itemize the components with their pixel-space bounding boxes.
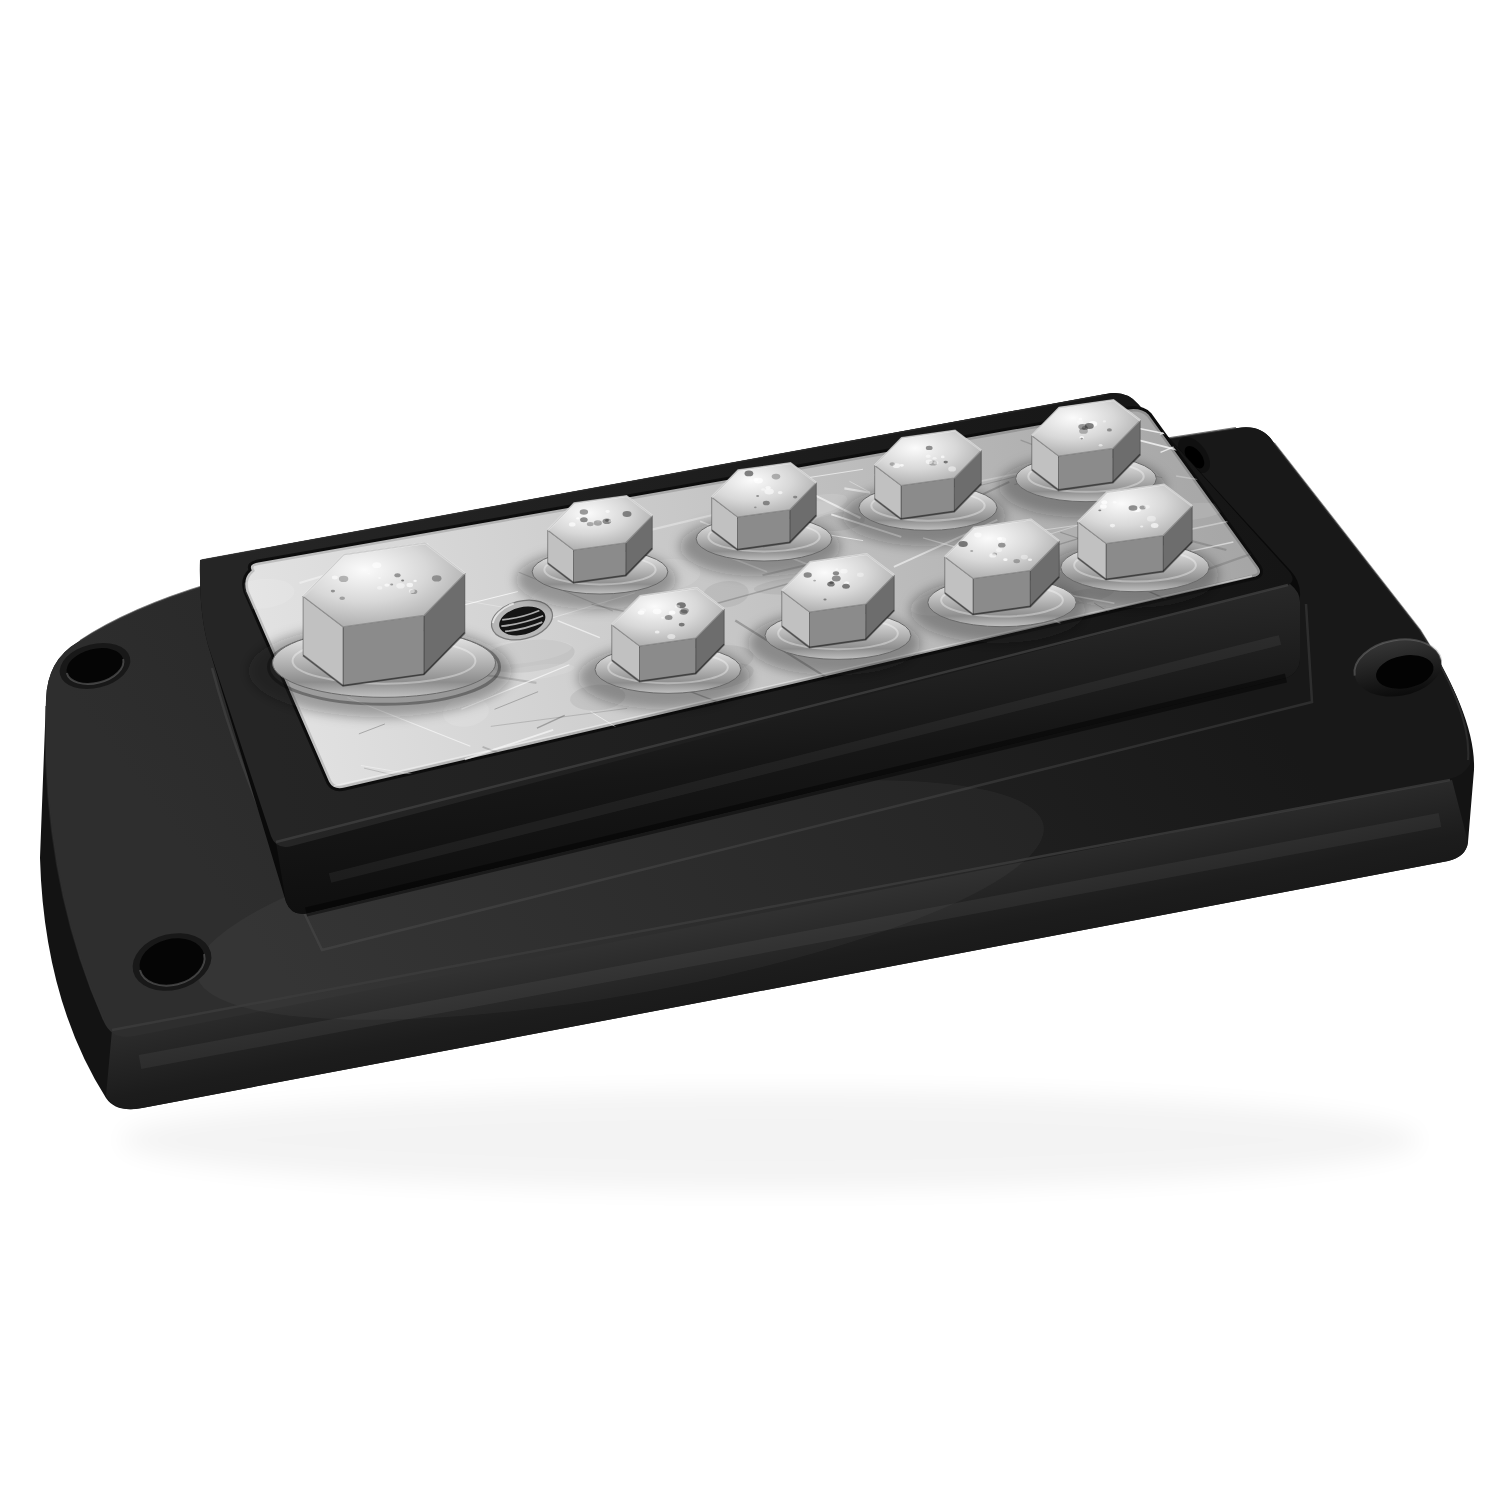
stud-head-marking xyxy=(372,562,381,568)
stud-head-marking xyxy=(390,583,393,585)
stud-head-marking xyxy=(745,471,754,477)
stud-head-marking xyxy=(1144,505,1150,509)
stud-head-marking xyxy=(998,543,1005,548)
stud-head-marking xyxy=(576,517,580,519)
stud-head-marking xyxy=(926,460,933,465)
stud-head-marking xyxy=(1101,500,1107,504)
stud-head-marking xyxy=(1099,444,1103,446)
stud-head-marking xyxy=(778,491,783,494)
stud-head-marking xyxy=(998,537,1006,542)
stud-head-marking xyxy=(667,634,675,639)
soft-floor-shadow xyxy=(120,1090,1420,1190)
stud-head-marking xyxy=(587,522,594,526)
stud-head-marking xyxy=(339,597,345,601)
stud-head-marking xyxy=(339,576,348,582)
stud-head-marking xyxy=(432,575,442,581)
stud-head-marking xyxy=(996,548,1002,552)
stud-head-marking xyxy=(640,608,647,612)
stud-head-marking xyxy=(384,583,389,586)
stud-head-marking xyxy=(761,488,765,491)
stud-head-marking xyxy=(655,631,660,634)
stud-head-marking xyxy=(605,519,609,522)
stud-head-marking xyxy=(679,623,685,627)
stud-head-marking xyxy=(1080,438,1083,440)
stud-head-marking xyxy=(842,584,850,589)
stud-head-marking xyxy=(900,464,904,467)
stud-head-marking xyxy=(396,583,405,589)
stud-head-marking xyxy=(1107,428,1112,431)
stud-head-marking xyxy=(944,461,948,464)
stud-head-marking xyxy=(1151,523,1159,528)
stud-head-marking xyxy=(926,446,933,450)
stud-head-marking xyxy=(772,474,781,480)
stud-head-marking xyxy=(606,510,610,513)
stud-head-marking xyxy=(378,577,381,579)
stud-head-marking xyxy=(580,509,588,515)
stud-head-marking xyxy=(569,522,576,526)
stud-head-marking xyxy=(1129,505,1138,511)
stud-head-marking xyxy=(413,580,417,582)
stud-head-marking xyxy=(974,533,982,538)
stud-head-marking xyxy=(1110,524,1115,528)
stud-head-marking xyxy=(1103,420,1106,422)
stud-head-marking xyxy=(1079,418,1083,420)
product-photo-stage xyxy=(0,0,1500,1500)
stud-head-marking xyxy=(661,617,664,619)
stud-head-marking xyxy=(377,586,383,590)
stud-head-marking xyxy=(764,489,773,495)
stud-head-marking xyxy=(813,580,816,582)
stud-head-marking xyxy=(753,478,758,481)
stud-head-marking xyxy=(835,568,838,570)
stud-head-marking xyxy=(933,457,937,460)
stud-head-marking xyxy=(948,466,956,471)
stud-head-marking xyxy=(1147,516,1156,522)
stud-head-marking xyxy=(331,590,335,593)
stud-head-marking xyxy=(1085,423,1094,429)
stud-head-marking xyxy=(580,517,588,522)
stud-head-marking xyxy=(763,501,770,506)
stud-head-marking xyxy=(857,573,864,577)
stud-head-marking xyxy=(680,610,688,615)
stud-head-marking xyxy=(1140,526,1143,528)
bus-bar-product-photo xyxy=(0,0,1500,1500)
stud-head-marking xyxy=(823,599,826,601)
stud-head-marking xyxy=(368,573,371,575)
stud-head-marking xyxy=(890,462,895,466)
stud-head-marking xyxy=(401,579,404,581)
stud-head-marking xyxy=(827,582,834,587)
stud-head-marking xyxy=(675,605,681,609)
stud-head-marking xyxy=(754,506,757,508)
stud-head-marking xyxy=(926,455,931,458)
stud-head-marking xyxy=(1098,509,1101,511)
stud-head-marking xyxy=(1013,559,1020,563)
stud-head-marking xyxy=(832,576,841,582)
stud-head-marking xyxy=(840,569,847,574)
stud-head-marking xyxy=(793,496,797,499)
stud-head-marking xyxy=(623,511,632,517)
stud-head-marking xyxy=(1100,504,1107,508)
stud-head-marking xyxy=(665,615,673,620)
stud-head-marking xyxy=(989,553,996,557)
drop-shadow xyxy=(120,1090,1420,1190)
stud-head-marking xyxy=(833,571,839,575)
stud-head-marking xyxy=(958,541,967,547)
stud-head-marking xyxy=(970,550,973,552)
stud-head-marking xyxy=(594,520,602,525)
stud-head-marking xyxy=(1113,501,1117,503)
stud-head-marking xyxy=(394,573,400,577)
stud-head-marking xyxy=(1028,558,1032,561)
stud-head-marking xyxy=(409,589,415,593)
stud-head-marking xyxy=(756,495,759,497)
stud-head-marking xyxy=(1021,555,1028,560)
stud-head-marking xyxy=(941,456,945,459)
stud-head-marking xyxy=(332,576,338,580)
stud-head-marking xyxy=(653,608,662,614)
stud-head-marking xyxy=(933,461,938,464)
stud-head-marking xyxy=(407,583,414,587)
stud-head-marking xyxy=(669,610,676,614)
stud-head-marking xyxy=(804,572,812,577)
stud-head-marking xyxy=(1003,558,1007,561)
stud-head-marking xyxy=(1077,420,1083,424)
